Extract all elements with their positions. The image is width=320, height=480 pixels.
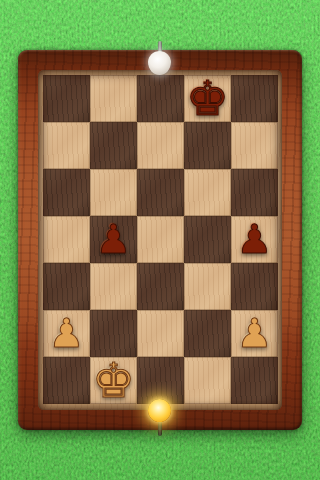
square-b3[interactable] [90, 263, 137, 310]
square-c6[interactable] [137, 122, 184, 169]
square-c7[interactable] [137, 75, 184, 122]
square-e7[interactable] [231, 75, 278, 122]
square-a1[interactable] [43, 357, 90, 404]
square-c4[interactable] [137, 216, 184, 263]
square-b5[interactable] [90, 169, 137, 216]
square-d7[interactable]: ♚ [184, 75, 231, 122]
square-a7[interactable] [43, 75, 90, 122]
board-grid: ♚♟♟♟♟♚ [43, 75, 278, 404]
square-d1[interactable] [184, 357, 231, 404]
square-d5[interactable] [184, 169, 231, 216]
square-e4[interactable]: ♟ [231, 216, 278, 263]
square-d4[interactable] [184, 216, 231, 263]
square-e6[interactable] [231, 122, 278, 169]
square-a4[interactable] [43, 216, 90, 263]
black-pawn-b4[interactable]: ♟ [96, 219, 132, 259]
square-d3[interactable] [184, 263, 231, 310]
square-e5[interactable] [231, 169, 278, 216]
square-b1[interactable]: ♚ [90, 357, 137, 404]
square-d6[interactable] [184, 122, 231, 169]
black-pawn-e4[interactable]: ♟ [237, 219, 273, 259]
square-b7[interactable] [90, 75, 137, 122]
square-c1[interactable] [137, 357, 184, 404]
square-c5[interactable] [137, 169, 184, 216]
white-pawn-a2[interactable]: ♟ [49, 313, 85, 353]
square-a6[interactable] [43, 122, 90, 169]
square-c2[interactable] [137, 310, 184, 357]
square-e2[interactable]: ♟ [231, 310, 278, 357]
square-b6[interactable] [90, 122, 137, 169]
black-king[interactable]: ♚ [186, 74, 229, 122]
white-king-b1[interactable]: ♚ [92, 356, 135, 404]
bottom-bulb-stem [158, 421, 162, 436]
square-a3[interactable] [43, 263, 90, 310]
square-a5[interactable] [43, 169, 90, 216]
square-d2[interactable] [184, 310, 231, 357]
square-e3[interactable] [231, 263, 278, 310]
square-e1[interactable] [231, 357, 278, 404]
white-pawn-e2[interactable]: ♟ [237, 313, 273, 353]
chess-app-screen: ♚♟♟♟♟♚ [0, 0, 320, 480]
square-b2[interactable] [90, 310, 137, 357]
square-a2[interactable]: ♟ [43, 310, 90, 357]
square-c3[interactable] [137, 263, 184, 310]
bottom-turn-bulb-icon [148, 399, 171, 422]
top-bulb-icon [148, 51, 171, 75]
square-b4[interactable]: ♟ [90, 216, 137, 263]
